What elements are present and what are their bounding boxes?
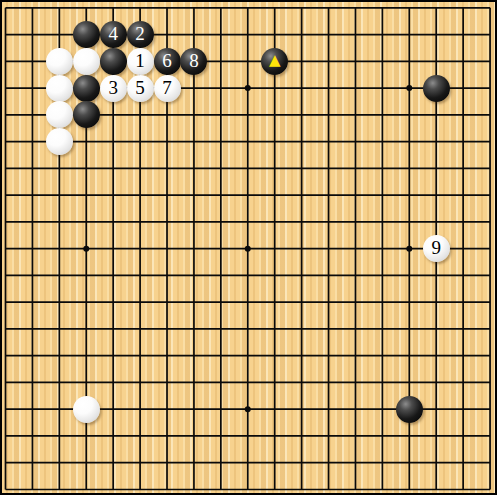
stone-black-D15 <box>73 101 100 128</box>
stone-white-C16 <box>46 75 73 102</box>
stone-black-D18 <box>73 21 100 48</box>
star-point <box>245 246 251 252</box>
move-number: 6 <box>162 51 172 70</box>
go-board[interactable]: 42168▲3579 <box>0 0 497 495</box>
move-number: 2 <box>135 24 145 43</box>
stone-black-R16 <box>423 75 450 102</box>
stone-white-G16: 7 <box>154 75 181 102</box>
stone-white-D17 <box>73 48 100 75</box>
stone-black-G17: 6 <box>154 48 181 75</box>
move-number: 4 <box>108 24 118 43</box>
stone-white-E16: 3 <box>100 75 127 102</box>
star-point <box>83 246 89 252</box>
star-point <box>245 406 251 412</box>
star-point <box>406 246 412 252</box>
stone-black-Q4 <box>396 396 423 423</box>
stone-white-D4 <box>73 396 100 423</box>
move-number: 3 <box>108 78 118 97</box>
star-point <box>406 85 412 91</box>
triangle-mark-icon: ▲ <box>269 53 281 68</box>
stone-white-C15 <box>46 101 73 128</box>
move-number: 8 <box>189 51 199 70</box>
stone-black-F18: 2 <box>127 21 154 48</box>
stone-black-D16 <box>73 75 100 102</box>
move-number: 7 <box>162 78 172 97</box>
move-number: 5 <box>135 78 145 97</box>
stone-white-C17 <box>46 48 73 75</box>
move-number: 9 <box>431 238 441 257</box>
stone-white-R10: 9 <box>423 235 450 262</box>
stone-white-F16: 5 <box>127 75 154 102</box>
star-point <box>245 85 251 91</box>
stone-black-L17: ▲ <box>261 48 288 75</box>
stone-black-E17 <box>100 48 127 75</box>
stone-white-C14 <box>46 128 73 155</box>
stone-black-E18: 4 <box>100 21 127 48</box>
move-number: 1 <box>135 51 145 70</box>
stone-white-F17: 1 <box>127 48 154 75</box>
